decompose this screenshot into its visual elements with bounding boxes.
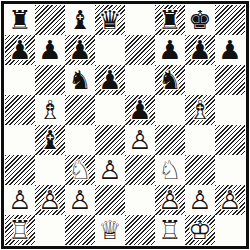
square-b2[interactable]: ♟♙ xyxy=(35,185,65,215)
square-b3[interactable] xyxy=(35,155,65,185)
piece-glyph: ♖ xyxy=(5,215,35,245)
piece-glyph: ♙ xyxy=(65,185,95,215)
square-g4[interactable] xyxy=(185,125,215,155)
white-pawn-g2: ♟♙ xyxy=(185,185,215,215)
square-a6[interactable] xyxy=(5,65,35,95)
piece-glyph: ♜ xyxy=(155,5,185,35)
square-a2[interactable]: ♟♙ xyxy=(5,185,35,215)
square-d6[interactable]: ♟♟ xyxy=(95,65,125,95)
piece-glyph: ♗ xyxy=(185,95,215,125)
piece-glyph: ♛ xyxy=(95,5,125,35)
square-g7[interactable]: ♟♟ xyxy=(185,35,215,65)
square-a1[interactable]: ♜♖ xyxy=(5,215,35,245)
piece-glyph: ♙ xyxy=(215,185,245,215)
square-b1[interactable] xyxy=(35,215,65,245)
square-c1[interactable] xyxy=(65,215,95,245)
square-h6[interactable] xyxy=(215,65,245,95)
square-a4[interactable] xyxy=(5,125,35,155)
black-bishop-c8: ♝♝ xyxy=(65,5,95,35)
square-a5[interactable] xyxy=(5,95,35,125)
white-knight-f3: ♞♘ xyxy=(155,155,185,185)
white-pawn-e4: ♟♙ xyxy=(125,125,155,155)
white-pawn-h2: ♟♙ xyxy=(215,185,245,215)
square-f3[interactable]: ♞♘ xyxy=(155,155,185,185)
piece-glyph: ♚ xyxy=(185,5,215,35)
square-c6[interactable]: ♞♞ xyxy=(65,65,95,95)
square-c8[interactable]: ♝♝ xyxy=(65,5,95,35)
black-pawn-g7: ♟♟ xyxy=(185,35,215,65)
piece-glyph: ♔ xyxy=(185,215,215,245)
square-e3[interactable] xyxy=(125,155,155,185)
square-b8[interactable] xyxy=(35,5,65,35)
black-rook-a8: ♜♜ xyxy=(5,5,35,35)
piece-glyph: ♙ xyxy=(5,185,35,215)
black-pawn-b7: ♟♟ xyxy=(35,35,65,65)
black-bishop-b4: ♝♝ xyxy=(35,125,65,155)
square-a8[interactable]: ♜♜ xyxy=(5,5,35,35)
square-h3[interactable] xyxy=(215,155,245,185)
white-knight-c3: ♞♘ xyxy=(65,155,95,185)
black-king-g8: ♚♚ xyxy=(185,5,215,35)
square-e1[interactable] xyxy=(125,215,155,245)
white-bishop-g5: ♝♗ xyxy=(185,95,215,125)
black-rook-f8: ♜♜ xyxy=(155,5,185,35)
piece-glyph: ♟ xyxy=(155,35,185,65)
square-e7[interactable] xyxy=(125,35,155,65)
square-f8[interactable]: ♜♜ xyxy=(155,5,185,35)
square-h7[interactable]: ♟♟ xyxy=(215,35,245,65)
square-f4[interactable] xyxy=(155,125,185,155)
white-queen-d1: ♛♕ xyxy=(95,215,125,245)
square-f5[interactable] xyxy=(155,95,185,125)
square-c3[interactable]: ♞♘ xyxy=(65,155,95,185)
piece-glyph: ♙ xyxy=(95,155,125,185)
square-d7[interactable] xyxy=(95,35,125,65)
square-e5[interactable]: ♟♟ xyxy=(125,95,155,125)
white-rook-f1: ♜♖ xyxy=(155,215,185,245)
square-f2[interactable]: ♟♙ xyxy=(155,185,185,215)
square-h1[interactable] xyxy=(215,215,245,245)
black-pawn-d6: ♟♟ xyxy=(95,65,125,95)
white-pawn-a2: ♟♙ xyxy=(5,185,35,215)
square-g2[interactable]: ♟♙ xyxy=(185,185,215,215)
white-rook-a1: ♜♖ xyxy=(5,215,35,245)
square-b5[interactable]: ♝♗ xyxy=(35,95,65,125)
square-d8[interactable]: ♛♛ xyxy=(95,5,125,35)
square-g1[interactable]: ♚♔ xyxy=(185,215,215,245)
piece-glyph: ♝ xyxy=(35,125,65,155)
piece-glyph: ♞ xyxy=(65,65,95,95)
black-pawn-e5: ♟♟ xyxy=(125,95,155,125)
piece-glyph: ♟ xyxy=(65,35,95,65)
square-a7[interactable]: ♟♟ xyxy=(5,35,35,65)
square-c7[interactable]: ♟♟ xyxy=(65,35,95,65)
chess-board-frame: ♜♜♝♝♛♛♜♜♚♚♟♟♟♟♟♟♟♟♟♟♟♟♞♞♟♟♞♞♝♗♟♟♝♗♝♝♟♙♞♘… xyxy=(1,1,249,249)
square-c2[interactable]: ♟♙ xyxy=(65,185,95,215)
piece-glyph: ♙ xyxy=(35,185,65,215)
piece-glyph: ♟ xyxy=(95,65,125,95)
white-pawn-b2: ♟♙ xyxy=(35,185,65,215)
square-d4[interactable] xyxy=(95,125,125,155)
square-g5[interactable]: ♝♗ xyxy=(185,95,215,125)
piece-glyph: ♟ xyxy=(125,95,155,125)
square-d2[interactable] xyxy=(95,185,125,215)
piece-glyph: ♙ xyxy=(125,125,155,155)
black-pawn-c7: ♟♟ xyxy=(65,35,95,65)
piece-glyph: ♘ xyxy=(65,155,95,185)
black-pawn-f7: ♟♟ xyxy=(155,35,185,65)
white-king-g1: ♚♔ xyxy=(185,215,215,245)
piece-glyph: ♟ xyxy=(215,35,245,65)
white-bishop-b5: ♝♗ xyxy=(35,95,65,125)
black-knight-c6: ♞♞ xyxy=(65,65,95,95)
black-queen-d8: ♛♛ xyxy=(95,5,125,35)
piece-glyph: ♙ xyxy=(155,185,185,215)
square-h5[interactable] xyxy=(215,95,245,125)
black-pawn-a7: ♟♟ xyxy=(5,35,35,65)
white-pawn-f2: ♟♙ xyxy=(155,185,185,215)
piece-glyph: ♟ xyxy=(5,35,35,65)
square-e2[interactable] xyxy=(125,185,155,215)
square-c4[interactable] xyxy=(65,125,95,155)
white-pawn-c2: ♟♙ xyxy=(65,185,95,215)
piece-glyph: ♝ xyxy=(65,5,95,35)
square-d1[interactable]: ♛♕ xyxy=(95,215,125,245)
square-b4[interactable]: ♝♝ xyxy=(35,125,65,155)
square-f7[interactable]: ♟♟ xyxy=(155,35,185,65)
square-h4[interactable] xyxy=(215,125,245,155)
square-g3[interactable] xyxy=(185,155,215,185)
square-e8[interactable] xyxy=(125,5,155,35)
piece-glyph: ♙ xyxy=(185,185,215,215)
square-b7[interactable]: ♟♟ xyxy=(35,35,65,65)
piece-glyph: ♜ xyxy=(5,5,35,35)
square-f6[interactable]: ♞♞ xyxy=(155,65,185,95)
square-a3[interactable] xyxy=(5,155,35,185)
square-h8[interactable] xyxy=(215,5,245,35)
square-g8[interactable]: ♚♚ xyxy=(185,5,215,35)
white-pawn-d3: ♟♙ xyxy=(95,155,125,185)
square-e6[interactable] xyxy=(125,65,155,95)
chess-board: ♜♜♝♝♛♛♜♜♚♚♟♟♟♟♟♟♟♟♟♟♟♟♞♞♟♟♞♞♝♗♟♟♝♗♝♝♟♙♞♘… xyxy=(5,5,245,245)
black-knight-f6: ♞♞ xyxy=(155,65,185,95)
square-d3[interactable]: ♟♙ xyxy=(95,155,125,185)
square-b6[interactable] xyxy=(35,65,65,95)
piece-glyph: ♟ xyxy=(185,35,215,65)
black-pawn-h7: ♟♟ xyxy=(215,35,245,65)
square-d5[interactable] xyxy=(95,95,125,125)
square-c5[interactable] xyxy=(65,95,95,125)
piece-glyph: ♕ xyxy=(95,215,125,245)
piece-glyph: ♞ xyxy=(155,65,185,95)
piece-glyph: ♖ xyxy=(155,215,185,245)
piece-glyph: ♟ xyxy=(35,35,65,65)
piece-glyph: ♘ xyxy=(155,155,185,185)
square-h2[interactable]: ♟♙ xyxy=(215,185,245,215)
square-g6[interactable] xyxy=(185,65,215,95)
square-e4[interactable]: ♟♙ xyxy=(125,125,155,155)
piece-glyph: ♗ xyxy=(35,95,65,125)
square-f1[interactable]: ♜♖ xyxy=(155,215,185,245)
